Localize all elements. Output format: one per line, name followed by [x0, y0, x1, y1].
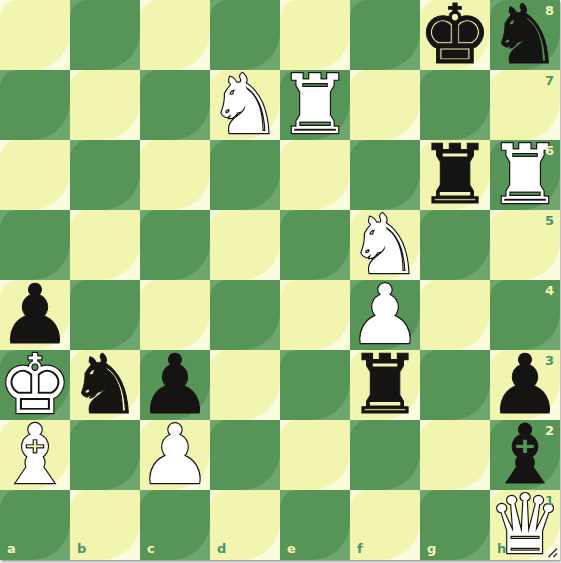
file-label-a: a [7, 542, 16, 555]
square-d8[interactable] [210, 0, 280, 70]
square-h1[interactable]: 1h♛ [490, 490, 560, 560]
square-g5[interactable] [420, 210, 490, 280]
square-b8[interactable] [70, 0, 140, 70]
square-g2[interactable] [420, 420, 490, 490]
square-a8[interactable] [0, 0, 70, 70]
square-c1[interactable]: c [140, 490, 210, 560]
rank-label-4: 4 [545, 284, 554, 297]
page: ♚8♞♞♜7♜6♜♞5♟♟4♚♞♟♜3♟♝♟2♝abcdefg1h♛ [0, 0, 561, 563]
square-d6[interactable] [210, 140, 280, 210]
square-g7[interactable] [420, 70, 490, 140]
square-e2[interactable] [280, 420, 350, 490]
resize-handle-icon[interactable] [545, 545, 558, 558]
square-c8[interactable] [140, 0, 210, 70]
square-d1[interactable]: d [210, 490, 280, 560]
square-e4[interactable] [280, 280, 350, 350]
square-a1[interactable]: a [0, 490, 70, 560]
file-label-b: b [77, 542, 86, 555]
square-c7[interactable] [140, 70, 210, 140]
file-label-h: h [497, 542, 506, 555]
square-h3[interactable]: 3♟ [490, 350, 560, 420]
square-f6[interactable] [350, 140, 420, 210]
piece-black-rook[interactable]: ♜ [350, 350, 420, 420]
piece-black-pawn[interactable]: ♟ [140, 350, 210, 420]
square-c4[interactable] [140, 280, 210, 350]
rank-label-2: 2 [545, 424, 554, 437]
square-e7[interactable]: ♜ [280, 70, 350, 140]
square-f2[interactable] [350, 420, 420, 490]
square-f1[interactable]: f [350, 490, 420, 560]
square-c3[interactable]: ♟ [140, 350, 210, 420]
square-a3[interactable]: ♚ [0, 350, 70, 420]
piece-black-pawn[interactable]: ♟ [0, 280, 70, 350]
square-b4[interactable] [70, 280, 140, 350]
square-d4[interactable] [210, 280, 280, 350]
piece-black-king[interactable]: ♚ [420, 0, 490, 70]
square-h6[interactable]: 6♜ [490, 140, 560, 210]
piece-white-pawn[interactable]: ♟ [350, 280, 420, 350]
rank-label-5: 5 [545, 214, 554, 227]
rank-label-7: 7 [545, 74, 554, 87]
square-b1[interactable]: b [70, 490, 140, 560]
piece-white-knight[interactable]: ♞ [210, 70, 280, 140]
square-f8[interactable] [350, 0, 420, 70]
square-e1[interactable]: e [280, 490, 350, 560]
square-b7[interactable] [70, 70, 140, 140]
square-g4[interactable] [420, 280, 490, 350]
file-label-g: g [427, 542, 436, 555]
square-g1[interactable]: g [420, 490, 490, 560]
square-f3[interactable]: ♜ [350, 350, 420, 420]
square-h5[interactable]: 5 [490, 210, 560, 280]
square-a6[interactable] [0, 140, 70, 210]
square-a2[interactable]: ♝ [0, 420, 70, 490]
file-label-f: f [357, 542, 363, 555]
square-a7[interactable] [0, 70, 70, 140]
rank-label-1: 1 [545, 494, 554, 507]
square-h2[interactable]: 2♝ [490, 420, 560, 490]
square-d2[interactable] [210, 420, 280, 490]
square-g8[interactable]: ♚ [420, 0, 490, 70]
square-g6[interactable]: ♜ [420, 140, 490, 210]
piece-black-rook[interactable]: ♜ [420, 140, 490, 210]
rank-label-8: 8 [545, 4, 554, 17]
square-h7[interactable]: 7 [490, 70, 560, 140]
square-g3[interactable] [420, 350, 490, 420]
square-h8[interactable]: 8♞ [490, 0, 560, 70]
piece-white-pawn[interactable]: ♟ [140, 420, 210, 490]
square-e6[interactable] [280, 140, 350, 210]
square-d3[interactable] [210, 350, 280, 420]
rank-label-6: 6 [545, 144, 554, 157]
square-b5[interactable] [70, 210, 140, 280]
file-label-e: e [287, 542, 296, 555]
square-b6[interactable] [70, 140, 140, 210]
file-label-d: d [217, 542, 226, 555]
square-f7[interactable] [350, 70, 420, 140]
file-label-c: c [147, 542, 155, 555]
square-f4[interactable]: ♟ [350, 280, 420, 350]
square-c2[interactable]: ♟ [140, 420, 210, 490]
square-e8[interactable] [280, 0, 350, 70]
square-h4[interactable]: 4 [490, 280, 560, 350]
square-a4[interactable]: ♟ [0, 280, 70, 350]
square-e3[interactable] [280, 350, 350, 420]
piece-white-knight[interactable]: ♞ [350, 210, 420, 280]
rank-label-3: 3 [545, 354, 554, 367]
square-c6[interactable] [140, 140, 210, 210]
square-d5[interactable] [210, 210, 280, 280]
square-d7[interactable]: ♞ [210, 70, 280, 140]
piece-white-rook[interactable]: ♜ [280, 70, 350, 140]
piece-black-knight[interactable]: ♞ [70, 350, 140, 420]
square-e5[interactable] [280, 210, 350, 280]
square-c5[interactable] [140, 210, 210, 280]
piece-white-bishop[interactable]: ♝ [0, 420, 70, 490]
square-f5[interactable]: ♞ [350, 210, 420, 280]
chess-board: ♚8♞♞♜7♜6♜♞5♟♟4♚♞♟♜3♟♝♟2♝abcdefg1h♛ [0, 0, 560, 560]
square-b2[interactable] [70, 420, 140, 490]
square-a5[interactable] [0, 210, 70, 280]
piece-white-king[interactable]: ♚ [0, 350, 70, 420]
square-b3[interactable]: ♞ [70, 350, 140, 420]
